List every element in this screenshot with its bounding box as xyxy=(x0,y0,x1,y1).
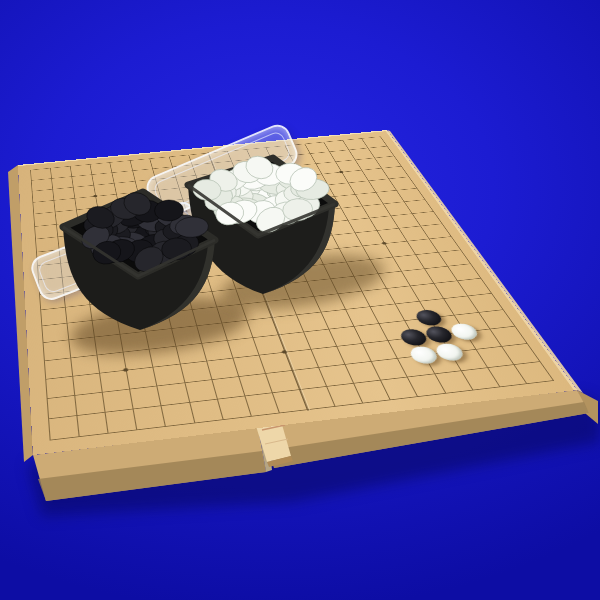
board-intersection[interactable] xyxy=(76,412,107,437)
board-intersection[interactable] xyxy=(133,405,165,429)
black-stone-bowl[interactable] xyxy=(56,182,222,336)
star-point xyxy=(381,242,387,245)
scene xyxy=(0,0,600,600)
board-intersection[interactable] xyxy=(48,415,79,440)
board-intersection[interactable] xyxy=(105,409,137,433)
